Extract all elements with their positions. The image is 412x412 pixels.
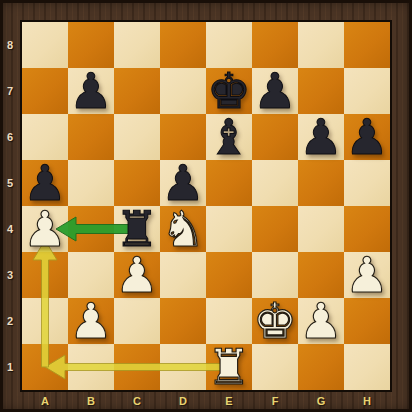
piece-black-bishop-e6[interactable]: ♝︎ — [206, 114, 252, 160]
file-label-d: D — [160, 393, 206, 409]
piece-black-pawn-h6[interactable]: ♟︎ — [344, 114, 390, 160]
piece-white-knight-d4[interactable]: ♞︎ — [160, 206, 206, 252]
file-label-c: C — [114, 393, 160, 409]
file-label-b: B — [68, 393, 114, 409]
piece-white-pawn-b2[interactable]: ♟︎ — [68, 298, 114, 344]
piece-black-pawn-g6[interactable]: ♟︎ — [298, 114, 344, 160]
file-label-h: H — [344, 393, 390, 409]
piece-white-king-f2[interactable]: ♚︎ — [252, 298, 298, 344]
piece-white-pawn-g2[interactable]: ♟︎ — [298, 298, 344, 344]
rank-label-3: 3 — [0, 252, 20, 298]
file-label-e: E — [206, 393, 252, 409]
rank-label-5: 5 — [0, 160, 20, 206]
rank-label-1: 1 — [0, 344, 20, 390]
file-label-g: G — [298, 393, 344, 409]
piece-black-pawn-a5[interactable]: ♟︎ — [22, 160, 68, 206]
rank-label-8: 8 — [0, 22, 20, 68]
piece-black-pawn-d5[interactable]: ♟︎ — [160, 160, 206, 206]
piece-white-rook-e1[interactable]: ♜︎ — [206, 344, 252, 390]
rank-label-6: 6 — [0, 114, 20, 160]
piece-white-pawn-h3[interactable]: ♟︎ — [344, 252, 390, 298]
piece-black-rook-c4[interactable]: ♜︎ — [114, 206, 160, 252]
rank-label-2: 2 — [0, 298, 20, 344]
file-label-a: A — [22, 393, 68, 409]
piece-white-pawn-a4[interactable]: ♟︎ — [22, 206, 68, 252]
file-label-f: F — [252, 393, 298, 409]
piece-black-pawn-f7[interactable]: ♟︎ — [252, 68, 298, 114]
board-frame: ♟︎♚︎♟︎♝︎♟︎♟︎♟︎♟︎♟︎♜︎♞︎♟︎♟︎♟︎♚︎♟︎♜︎ 87654… — [0, 0, 412, 412]
piece-black-pawn-b7[interactable]: ♟︎ — [68, 68, 114, 114]
rank-label-4: 4 — [0, 206, 20, 252]
chess-board: ♟︎♚︎♟︎♝︎♟︎♟︎♟︎♟︎♟︎♜︎♞︎♟︎♟︎♟︎♚︎♟︎♜︎ — [20, 20, 392, 392]
rank-label-7: 7 — [0, 68, 20, 114]
piece-black-king-e7[interactable]: ♚︎ — [206, 68, 252, 114]
piece-white-pawn-c3[interactable]: ♟︎ — [114, 252, 160, 298]
pieces-layer: ♟︎♚︎♟︎♝︎♟︎♟︎♟︎♟︎♟︎♜︎♞︎♟︎♟︎♟︎♚︎♟︎♜︎ — [22, 22, 390, 390]
